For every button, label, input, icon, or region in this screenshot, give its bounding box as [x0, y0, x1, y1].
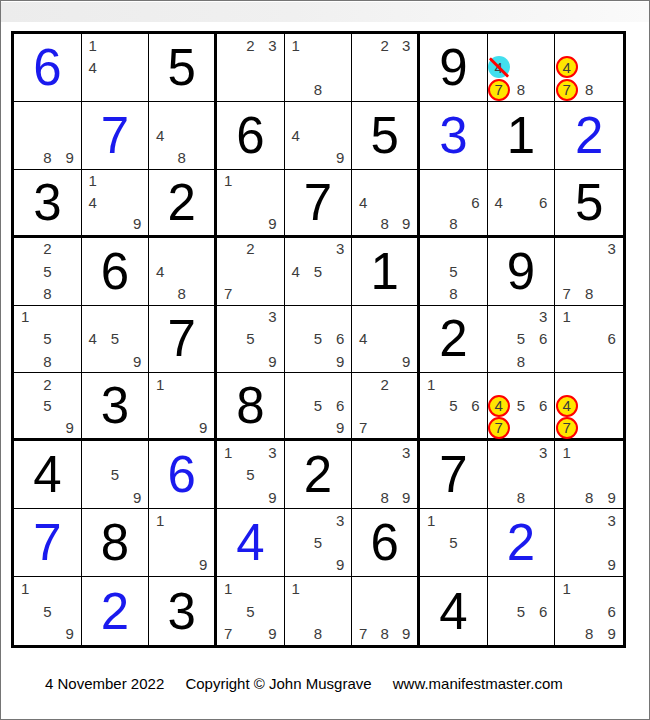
- candidate-9[interactable]: 9: [192, 554, 214, 576]
- candidate-digit: 2: [43, 377, 51, 392]
- candidate-9[interactable]: 9: [126, 350, 148, 372]
- candidate-1[interactable]: 1: [285, 34, 307, 56]
- candidate-4[interactable]: 4: [82, 191, 104, 213]
- cell-r2c4[interactable]: 6: [217, 102, 285, 170]
- candidate-4[interactable]: 4: [149, 260, 171, 282]
- candidate-8[interactable]: 8: [578, 282, 601, 304]
- footer: 4 November 2022 Copyright © John Musgrav…: [45, 675, 580, 692]
- candidate-3[interactable]: 3: [532, 441, 554, 463]
- candidate-1[interactable]: 1: [555, 306, 578, 328]
- candidate-2[interactable]: 2: [374, 34, 396, 56]
- candidate-7[interactable]: 7: [352, 622, 374, 645]
- candidate-digit: 7: [562, 286, 570, 301]
- candidate-6[interactable]: 6: [464, 395, 486, 417]
- candidate-digit: 1: [224, 445, 232, 460]
- candidate-1[interactable]: 1: [420, 373, 442, 395]
- candidate-digit: 8: [517, 82, 525, 97]
- candidate-8[interactable]: 8: [374, 213, 396, 235]
- solved-digit: 7: [101, 110, 129, 161]
- candidate-5[interactable]: 5: [36, 260, 58, 282]
- candidate-5[interactable]: 5: [510, 395, 532, 417]
- candidate-digit: 8: [585, 82, 593, 97]
- candidate-digit: 6: [471, 195, 479, 210]
- solved-digit: 6: [33, 42, 61, 93]
- cell-r3c7[interactable]: 68: [420, 170, 488, 238]
- cell-r7c3[interactable]: 6: [149, 441, 217, 509]
- cell-r2c5[interactable]: 49: [285, 102, 353, 170]
- candidate-7[interactable]: 7: [555, 282, 578, 304]
- cell-r1c9[interactable]: 478: [555, 34, 623, 102]
- candidate-8[interactable]: 8: [171, 146, 193, 168]
- candidate-digit: 1: [21, 309, 29, 324]
- candidate-digit: 9: [268, 216, 276, 231]
- cell-r6c3[interactable]: 19: [149, 373, 217, 441]
- candidate-6[interactable]: 6: [464, 191, 486, 213]
- cell-r7c8[interactable]: 38: [488, 441, 556, 509]
- candidate-4-cyan-circled[interactable]: 4: [488, 56, 510, 78]
- cell-r6c1[interactable]: 259: [14, 373, 82, 441]
- cell-r8c4[interactable]: 4: [217, 509, 285, 577]
- footer-copyright: Copyright © John Musgrave: [185, 675, 371, 692]
- candidate-digit: 3: [608, 513, 616, 528]
- page: 6145231823947847889748649531231492197489…: [0, 0, 650, 720]
- cell-r4c7[interactable]: 58: [420, 238, 488, 306]
- candidate-digit: 6: [539, 195, 547, 210]
- candidate-2[interactable]: 2: [36, 238, 58, 260]
- candidate-8[interactable]: 8: [36, 282, 58, 304]
- candidate-9[interactable]: 9: [126, 213, 148, 235]
- candidate-9[interactable]: 9: [58, 417, 80, 439]
- given-digit: 6: [236, 110, 264, 161]
- cell-r4c4[interactable]: 27: [217, 238, 285, 306]
- candidate-digit: 9: [402, 354, 410, 369]
- cell-r1c3[interactable]: 5: [149, 34, 217, 102]
- candidate-9[interactable]: 9: [261, 213, 283, 235]
- candidate-7-yellow-circled[interactable]: 7: [555, 79, 578, 101]
- candidate-9[interactable]: 9: [600, 486, 623, 508]
- cell-r7c6[interactable]: 389: [352, 441, 420, 509]
- candidate-digit: 7: [224, 626, 232, 641]
- cell-r6c5[interactable]: 569: [285, 373, 353, 441]
- candidate-9[interactable]: 9: [329, 417, 351, 439]
- cell-r1c6[interactable]: 23: [352, 34, 420, 102]
- cell-r1c8[interactable]: 478: [488, 34, 556, 102]
- cell-r8c9[interactable]: 39: [555, 509, 623, 577]
- candidate-7[interactable]: 7: [352, 417, 374, 439]
- candidate-8[interactable]: 8: [36, 146, 58, 168]
- candidate-7[interactable]: 7: [217, 282, 239, 304]
- candidate-8[interactable]: 8: [510, 79, 532, 101]
- candidate-1[interactable]: 1: [217, 170, 239, 192]
- cell-r2c9[interactable]: 2: [555, 102, 623, 170]
- cell-r4c6[interactable]: 1: [352, 238, 420, 306]
- candidate-digit: 4: [292, 128, 300, 143]
- cell-r3c5[interactable]: 7: [285, 170, 353, 238]
- candidate-8[interactable]: 8: [374, 486, 396, 508]
- candidate-9[interactable]: 9: [600, 554, 623, 576]
- candidate-4[interactable]: 4: [488, 191, 510, 213]
- candidate-3[interactable]: 3: [329, 238, 351, 260]
- candidate-digit: 6: [539, 604, 547, 619]
- candidate-3[interactable]: 3: [261, 34, 283, 56]
- cell-r5c5[interactable]: 569: [285, 306, 353, 374]
- candidate-9[interactable]: 9: [58, 146, 80, 168]
- cell-r4c8[interactable]: 9: [488, 238, 556, 306]
- candidate-digit: 8: [43, 354, 51, 369]
- candidate-5[interactable]: 5: [307, 260, 329, 282]
- candidate-5[interactable]: 5: [104, 464, 126, 486]
- cell-r3c9[interactable]: 5: [555, 170, 623, 238]
- given-digit: 2: [439, 313, 467, 364]
- candidate-8[interactable]: 8: [510, 486, 532, 508]
- candidate-8[interactable]: 8: [578, 622, 601, 645]
- candidate-digit: 9: [402, 216, 410, 231]
- candidate-digit: 5: [246, 467, 254, 482]
- candidate-3[interactable]: 3: [532, 306, 554, 328]
- candidate-digit: 5: [517, 331, 525, 346]
- candidate-7-yellow-circled[interactable]: 7: [488, 417, 510, 439]
- candidate-6[interactable]: 6: [600, 600, 623, 623]
- given-digit: 1: [370, 246, 398, 297]
- cell-r5c4[interactable]: 359: [217, 306, 285, 374]
- cell-r7c9[interactable]: 189: [555, 441, 623, 509]
- candidate-digit: 2: [380, 377, 388, 392]
- cell-r3c2[interactable]: 149: [82, 170, 150, 238]
- candidate-8[interactable]: 8: [307, 622, 329, 645]
- candidate-5[interactable]: 5: [36, 395, 58, 417]
- candidate-9[interactable]: 9: [329, 146, 351, 168]
- cell-r6c9[interactable]: 47: [555, 373, 623, 441]
- candidate-digit: 3: [336, 241, 344, 256]
- cell-r4c3[interactable]: 48: [149, 238, 217, 306]
- candidate-digit: 1: [562, 445, 570, 460]
- cell-r2c6[interactable]: 5: [352, 102, 420, 170]
- cell-r3c6[interactable]: 489: [352, 170, 420, 238]
- given-digit: 3: [101, 380, 129, 431]
- cell-r4c2[interactable]: 6: [82, 238, 150, 306]
- candidate-8[interactable]: 8: [442, 282, 464, 304]
- given-digit: 5: [575, 177, 603, 228]
- candidate-8[interactable]: 8: [307, 79, 329, 101]
- candidate-7[interactable]: 7: [217, 622, 239, 645]
- candidate-9[interactable]: 9: [395, 622, 417, 645]
- candidate-9[interactable]: 9: [395, 350, 417, 372]
- candidate-1[interactable]: 1: [14, 306, 36, 328]
- candidate-digit: 9: [402, 490, 410, 505]
- cell-r2c8[interactable]: 1: [488, 102, 556, 170]
- candidate-5[interactable]: 5: [104, 328, 126, 350]
- candidate-5[interactable]: 5: [510, 328, 532, 350]
- cell-r3c4[interactable]: 19: [217, 170, 285, 238]
- cell-r5c9[interactable]: 16: [555, 306, 623, 374]
- candidate-digit: 9: [199, 557, 207, 572]
- candidate-3[interactable]: 3: [600, 238, 623, 260]
- cell-r6c4[interactable]: 8: [217, 373, 285, 441]
- candidate-digit: 4: [359, 195, 367, 210]
- candidate-5[interactable]: 5: [510, 600, 532, 623]
- candidate-9[interactable]: 9: [58, 622, 80, 645]
- candidate-digit: 9: [608, 557, 616, 572]
- candidate-6[interactable]: 6: [329, 328, 351, 350]
- candidate-5[interactable]: 5: [442, 260, 464, 282]
- candidate-9[interactable]: 9: [261, 486, 283, 508]
- given-digit: 5: [167, 42, 195, 93]
- given-digit: 2: [304, 449, 332, 500]
- candidate-8[interactable]: 8: [510, 350, 532, 372]
- cell-r6c6[interactable]: 27: [352, 373, 420, 441]
- candidate-5[interactable]: 5: [239, 328, 261, 350]
- cell-r5c7[interactable]: 2: [420, 306, 488, 374]
- candidate-1[interactable]: 1: [555, 441, 578, 463]
- candidate-digit: 9: [608, 626, 616, 641]
- candidate-digit: 9: [268, 354, 276, 369]
- candidate-4[interactable]: 4: [285, 260, 307, 282]
- candidate-digit: 8: [585, 490, 593, 505]
- candidate-digit: 1: [89, 173, 97, 188]
- cell-r7c1[interactable]: 4: [14, 441, 82, 509]
- candidate-digit: 4: [156, 264, 164, 279]
- candidate-5[interactable]: 5: [239, 600, 261, 623]
- candidate-digit: 8: [449, 216, 457, 231]
- candidate-4[interactable]: 4: [352, 328, 374, 350]
- cell-r9c1[interactable]: 159: [14, 577, 82, 645]
- candidate-6[interactable]: 6: [600, 328, 623, 350]
- given-digit: 7: [439, 449, 467, 500]
- candidate-1[interactable]: 1: [149, 373, 171, 395]
- candidate-digit: 9: [336, 150, 344, 165]
- given-digit: 7: [167, 313, 195, 364]
- candidate-digit: 5: [43, 264, 51, 279]
- cell-r8c5[interactable]: 359: [285, 509, 353, 577]
- cell-r7c2[interactable]: 59: [82, 441, 150, 509]
- cell-r7c4[interactable]: 1359: [217, 441, 285, 509]
- cell-r4c1[interactable]: 258: [14, 238, 82, 306]
- cell-r8c1[interactable]: 7: [14, 509, 82, 577]
- candidate-1[interactable]: 1: [82, 34, 104, 56]
- cell-r2c2[interactable]: 7: [82, 102, 150, 170]
- candidate-8[interactable]: 8: [578, 79, 601, 101]
- candidate-3[interactable]: 3: [261, 306, 283, 328]
- candidate-5[interactable]: 5: [36, 600, 58, 623]
- candidate-5[interactable]: 5: [307, 532, 329, 554]
- cell-r1c4[interactable]: 23: [217, 34, 285, 102]
- candidate-digit: 1: [427, 377, 435, 392]
- candidate-digit: 3: [539, 309, 547, 324]
- candidate-1[interactable]: 1: [285, 577, 307, 600]
- candidate-6[interactable]: 6: [532, 191, 554, 213]
- candidate-5[interactable]: 5: [442, 532, 464, 554]
- candidate-1[interactable]: 1: [217, 577, 239, 600]
- candidate-digit: 3: [539, 445, 547, 460]
- candidate-6[interactable]: 6: [532, 328, 554, 350]
- candidate-5[interactable]: 5: [239, 464, 261, 486]
- candidate-4[interactable]: 4: [82, 328, 104, 350]
- cell-r8c2[interactable]: 8: [82, 509, 150, 577]
- cell-r7c7[interactable]: 7: [420, 441, 488, 509]
- cell-r8c8[interactable]: 2: [488, 509, 556, 577]
- cell-r3c3[interactable]: 2: [149, 170, 217, 238]
- candidate-digit: 9: [268, 490, 276, 505]
- cell-r2c3[interactable]: 48: [149, 102, 217, 170]
- candidate-digit: 7: [562, 82, 570, 97]
- candidate-digit: 9: [133, 490, 141, 505]
- cell-r9c4[interactable]: 1579: [217, 577, 285, 645]
- candidate-9[interactable]: 9: [192, 417, 214, 439]
- candidate-digit: 4: [292, 264, 300, 279]
- candidate-2[interactable]: 2: [239, 34, 261, 56]
- candidate-1[interactable]: 1: [555, 577, 578, 600]
- candidate-4[interactable]: 4: [82, 56, 104, 78]
- given-digit: 6: [370, 517, 398, 568]
- cell-r1c1[interactable]: 6: [14, 34, 82, 102]
- cell-r1c5[interactable]: 18: [285, 34, 353, 102]
- candidate-digit: 7: [359, 626, 367, 641]
- candidate-6[interactable]: 6: [532, 600, 554, 623]
- cell-r2c1[interactable]: 89: [14, 102, 82, 170]
- cell-r6c2[interactable]: 3: [82, 373, 150, 441]
- candidate-3[interactable]: 3: [395, 34, 417, 56]
- candidate-2[interactable]: 2: [36, 373, 58, 395]
- cell-r6c8[interactable]: 4567: [488, 373, 556, 441]
- candidate-5[interactable]: 5: [307, 395, 329, 417]
- candidate-1[interactable]: 1: [14, 577, 36, 600]
- cell-r9c9[interactable]: 1689: [555, 577, 623, 645]
- candidate-digit: 7: [495, 420, 503, 435]
- cell-r6c7[interactable]: 156: [420, 373, 488, 441]
- candidate-4[interactable]: 4: [285, 124, 307, 146]
- candidate-2[interactable]: 2: [374, 373, 396, 395]
- candidate-4[interactable]: 4: [149, 124, 171, 146]
- candidate-digit: 8: [380, 490, 388, 505]
- cell-r7c5[interactable]: 2: [285, 441, 353, 509]
- solved-digit: 2: [101, 586, 129, 637]
- candidate-1[interactable]: 1: [149, 509, 171, 531]
- candidate-digit: 9: [65, 150, 73, 165]
- candidate-8[interactable]: 8: [171, 282, 193, 304]
- candidate-8[interactable]: 8: [374, 622, 396, 645]
- cell-r8c7[interactable]: 15: [420, 509, 488, 577]
- candidate-3[interactable]: 3: [600, 509, 623, 531]
- cell-r9c3[interactable]: 3: [149, 577, 217, 645]
- candidate-9[interactable]: 9: [600, 622, 623, 645]
- given-digit: 8: [101, 517, 129, 568]
- candidate-9[interactable]: 9: [329, 554, 351, 576]
- candidate-digit: 7: [495, 82, 503, 97]
- candidate-4-yellow-circled[interactable]: 4: [488, 395, 510, 417]
- cell-r9c5[interactable]: 18: [285, 577, 353, 645]
- candidate-digit: 4: [359, 331, 367, 346]
- cell-r4c9[interactable]: 378: [555, 238, 623, 306]
- candidate-8[interactable]: 8: [578, 486, 601, 508]
- candidate-4[interactable]: 4: [352, 191, 374, 213]
- candidate-digit: 8: [380, 626, 388, 641]
- candidate-9[interactable]: 9: [261, 622, 283, 645]
- cell-r9c8[interactable]: 56: [488, 577, 556, 645]
- candidate-digit: 5: [314, 535, 322, 550]
- candidate-3[interactable]: 3: [261, 441, 283, 463]
- cell-r5c2[interactable]: 459: [82, 306, 150, 374]
- cell-r9c7[interactable]: 4: [420, 577, 488, 645]
- candidate-digit: 3: [268, 309, 276, 324]
- candidate-5[interactable]: 5: [307, 328, 329, 350]
- candidate-digit: 6: [539, 398, 547, 413]
- candidate-digit: 8: [177, 286, 185, 301]
- candidate-9[interactable]: 9: [261, 350, 283, 372]
- given-digit: 6: [101, 246, 129, 297]
- candidate-digit: 8: [517, 490, 525, 505]
- candidate-7-yellow-circled[interactable]: 7: [488, 79, 510, 101]
- candidate-1[interactable]: 1: [82, 170, 104, 192]
- candidate-2[interactable]: 2: [239, 238, 261, 260]
- given-digit: 2: [167, 177, 195, 228]
- candidate-6[interactable]: 6: [329, 395, 351, 417]
- candidate-3[interactable]: 3: [395, 441, 417, 463]
- candidate-7-yellow-circled[interactable]: 7: [555, 417, 578, 439]
- candidate-9[interactable]: 9: [329, 350, 351, 372]
- cell-r5c8[interactable]: 3568: [488, 306, 556, 374]
- candidate-1[interactable]: 1: [217, 441, 239, 463]
- candidate-digit: 1: [562, 581, 570, 596]
- candidate-digit: 9: [65, 420, 73, 435]
- candidate-8[interactable]: 8: [36, 350, 58, 372]
- candidate-digit: 5: [517, 604, 525, 619]
- cell-r9c6[interactable]: 789: [352, 577, 420, 645]
- cell-r3c8[interactable]: 46: [488, 170, 556, 238]
- cell-r5c6[interactable]: 49: [352, 306, 420, 374]
- candidate-digit: 7: [359, 420, 367, 435]
- candidate-digit: 9: [268, 626, 276, 641]
- candidate-digit: 9: [402, 626, 410, 641]
- cell-r2c7[interactable]: 3: [420, 102, 488, 170]
- cell-r8c6[interactable]: 6: [352, 509, 420, 577]
- candidate-digit: 2: [246, 241, 254, 256]
- candidate-4-yellow-circled[interactable]: 4: [555, 56, 578, 78]
- candidate-digit: 6: [608, 331, 616, 346]
- candidate-digit: 6: [471, 398, 479, 413]
- cell-r4c5[interactable]: 345: [285, 238, 353, 306]
- candidate-5[interactable]: 5: [442, 395, 464, 417]
- candidate-8[interactable]: 8: [442, 213, 464, 235]
- candidate-5[interactable]: 5: [36, 328, 58, 350]
- candidate-6[interactable]: 6: [532, 395, 554, 417]
- candidate-digit: 8: [517, 354, 525, 369]
- given-digit: 3: [167, 586, 195, 637]
- candidate-1[interactable]: 1: [420, 509, 442, 531]
- cell-r5c3[interactable]: 7: [149, 306, 217, 374]
- candidate-4-yellow-circled[interactable]: 4: [555, 395, 578, 417]
- candidate-9[interactable]: 9: [395, 213, 417, 235]
- cell-r3c1[interactable]: 3: [14, 170, 82, 238]
- candidate-digit: 5: [449, 264, 457, 279]
- candidate-3[interactable]: 3: [329, 509, 351, 531]
- cell-r1c2[interactable]: 14: [82, 34, 150, 102]
- candidate-digit: 6: [336, 331, 344, 346]
- cell-r8c3[interactable]: 19: [149, 509, 217, 577]
- candidate-9[interactable]: 9: [395, 486, 417, 508]
- candidate-digit: 5: [246, 331, 254, 346]
- cell-r5c1[interactable]: 158: [14, 306, 82, 374]
- candidate-digit: 7: [224, 286, 232, 301]
- cell-r9c2[interactable]: 2: [82, 577, 150, 645]
- candidate-digit: 1: [562, 309, 570, 324]
- candidate-digit: 9: [133, 216, 141, 231]
- sudoku-board: 6145231823947847889748649531231492197489…: [11, 31, 626, 648]
- candidate-digit: 1: [156, 377, 164, 392]
- candidate-9[interactable]: 9: [126, 486, 148, 508]
- candidate-digit: 8: [585, 286, 593, 301]
- cell-r1c7[interactable]: 9: [420, 34, 488, 102]
- candidate-digit: 1: [156, 513, 164, 528]
